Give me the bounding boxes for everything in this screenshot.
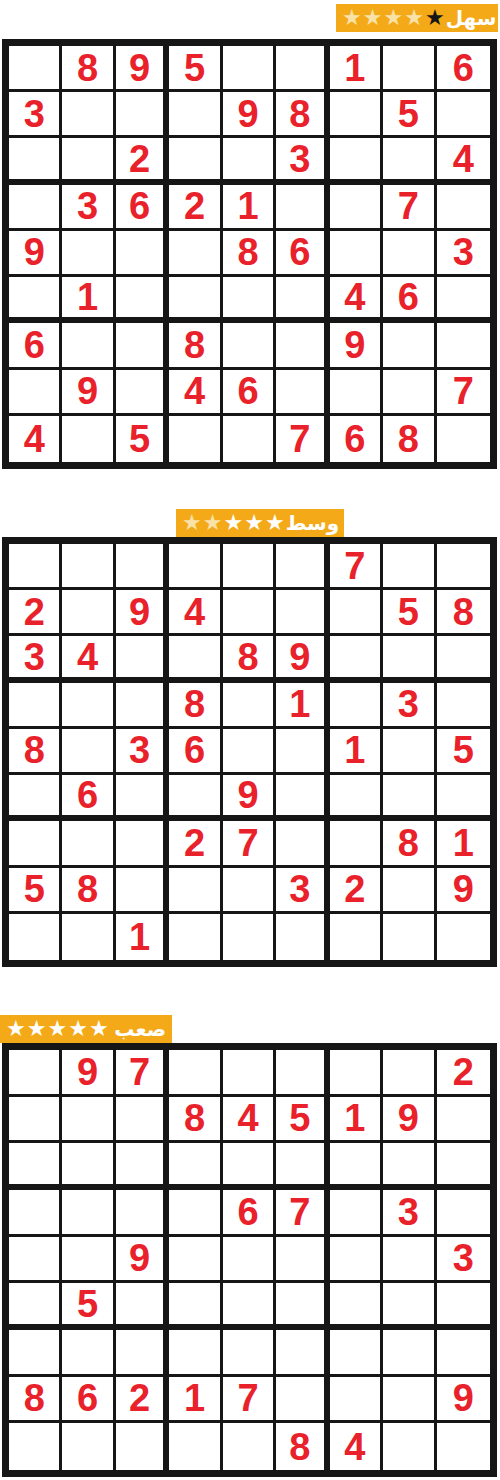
- board-medium-cell-r8c2[interactable]: 8: [62, 868, 115, 914]
- board-medium-cell-r8c6[interactable]: 3: [276, 868, 329, 914]
- board-hard-cell-r3c9[interactable]: [437, 1143, 490, 1190]
- board-medium-cell-r4c4[interactable]: 8: [169, 683, 222, 729]
- difficulty-banner-medium: ★★★★★ وسط: [176, 509, 344, 537]
- board-hard-cell-r8c7[interactable]: [330, 1377, 383, 1424]
- board-easy-cell-r6c2[interactable]: 1: [62, 277, 115, 323]
- board-hard-cell-r4c4[interactable]: [169, 1190, 222, 1237]
- board-medium-cell-r5c2[interactable]: [62, 729, 115, 775]
- board-medium-cell-r1c2[interactable]: [62, 544, 115, 590]
- board-easy-cell-r9c1[interactable]: 4: [9, 416, 62, 462]
- board-medium-cell-r8c3[interactable]: [116, 868, 169, 914]
- board-hard-cell-r5c2[interactable]: [62, 1237, 115, 1284]
- board-hard-cell-r8c3[interactable]: 2: [116, 1377, 169, 1424]
- board-easy-cell-r9c2[interactable]: [62, 416, 115, 462]
- board-hard-cell-r6c8[interactable]: [383, 1283, 436, 1330]
- board-easy-cell-r1c6[interactable]: [276, 46, 329, 92]
- board-easy-cell-r1c7[interactable]: 1: [330, 46, 383, 92]
- board-hard-cell-r3c6[interactable]: [276, 1143, 329, 1190]
- board-hard-cell-r9c6[interactable]: 8: [276, 1423, 329, 1470]
- star-icon: ★: [89, 1018, 109, 1040]
- board-hard-cell-r3c1[interactable]: [9, 1143, 62, 1190]
- board-hard-cell-r1c4[interactable]: [169, 1050, 222, 1097]
- star-rating-medium: ★★★★★: [182, 512, 286, 534]
- board-hard-cell-r4c8[interactable]: 3: [383, 1190, 436, 1237]
- board-easy-cell-r9c7[interactable]: 6: [330, 416, 383, 462]
- board-medium-cell-r5c3[interactable]: 3: [116, 729, 169, 775]
- star-icon: ★: [68, 1018, 88, 1040]
- board-hard-cell-r7c3[interactable]: [116, 1330, 169, 1377]
- board-easy-cell-r9c3[interactable]: 5: [116, 416, 169, 462]
- board-easy-cell-r3c3[interactable]: 2: [116, 138, 169, 184]
- board-medium-cell-r2c3[interactable]: 9: [116, 590, 169, 636]
- board-hard-cell-r8c8[interactable]: [383, 1377, 436, 1424]
- sudoku-board-easy: 895163985234362179863146689946745768: [2, 39, 497, 469]
- board-medium-cell-r3c1[interactable]: 3: [9, 636, 62, 682]
- board-hard-cell-r8c4[interactable]: 1: [169, 1377, 222, 1424]
- board-hard-cell-r2c8[interactable]: 9: [383, 1097, 436, 1144]
- board-medium-cell-r6c6[interactable]: [276, 775, 329, 821]
- board-hard-cell-r8c1[interactable]: 8: [9, 1377, 62, 1424]
- board-medium-cell-r1c5[interactable]: [223, 544, 276, 590]
- board-medium-cell-r7c8[interactable]: 8: [383, 821, 436, 867]
- board-easy-cell-r3c5[interactable]: [223, 138, 276, 184]
- board-hard-cell-r9c5[interactable]: [223, 1423, 276, 1470]
- board-medium-cell-r7c7[interactable]: [330, 821, 383, 867]
- board-easy-cell-r6c4[interactable]: [169, 277, 222, 323]
- star-icon: ★: [27, 1018, 47, 1040]
- board-hard-cell-r1c5[interactable]: [223, 1050, 276, 1097]
- board-easy-cell-r7c4[interactable]: 8: [169, 323, 222, 369]
- board-hard-cell-r6c9[interactable]: [437, 1283, 490, 1330]
- star-icon: ★: [6, 1018, 26, 1040]
- star-icon: ★: [244, 512, 264, 534]
- sudoku-board-hard: 9728451967393586217984: [2, 1043, 497, 1477]
- board-easy-cell-r2c6[interactable]: 8: [276, 92, 329, 138]
- board-easy-cell-r8c2[interactable]: 9: [62, 370, 115, 416]
- board-medium-cell-r9c9[interactable]: [437, 914, 490, 960]
- board-easy-cell-r9c4[interactable]: [169, 416, 222, 462]
- star-rating-easy: ★★★★★: [342, 7, 446, 29]
- board-medium-cell-r4c2[interactable]: [62, 683, 115, 729]
- difficulty-label-medium: وسط: [286, 513, 340, 533]
- board-hard-cell-r3c7[interactable]: [330, 1143, 383, 1190]
- board-medium-cell-r4c6[interactable]: 1: [276, 683, 329, 729]
- difficulty-label-easy: سهل: [446, 8, 497, 28]
- board-medium-cell-r1c6[interactable]: [276, 544, 329, 590]
- board-hard-cell-r4c5[interactable]: 6: [223, 1190, 276, 1237]
- board-easy-cell-r7c8[interactable]: [383, 323, 436, 369]
- board-easy-cell-r6c3[interactable]: [116, 277, 169, 323]
- board-easy-cell-r6c7[interactable]: 4: [330, 277, 383, 323]
- board-hard-cell-r2c9[interactable]: [437, 1097, 490, 1144]
- board-hard-cell-r7c4[interactable]: [169, 1330, 222, 1377]
- board-medium-cell-r2c8[interactable]: 5: [383, 590, 436, 636]
- board-medium-cell-r6c5[interactable]: 9: [223, 775, 276, 821]
- board-hard-cell-r1c6[interactable]: [276, 1050, 329, 1097]
- board-easy-cell-r7c5[interactable]: [223, 323, 276, 369]
- board-easy-cell-r9c6[interactable]: 7: [276, 416, 329, 462]
- board-easy-cell-r1c3[interactable]: 9: [116, 46, 169, 92]
- board-medium-cell-r5c6[interactable]: [276, 729, 329, 775]
- board-medium-cell-r7c1[interactable]: [9, 821, 62, 867]
- board-easy-cell-r6c5[interactable]: [223, 277, 276, 323]
- board-hard-cell-r1c8[interactable]: [383, 1050, 436, 1097]
- board-easy-cell-r3c4[interactable]: [169, 138, 222, 184]
- board-hard-cell-r9c8[interactable]: [383, 1423, 436, 1470]
- board-medium-cell-r6c3[interactable]: [116, 775, 169, 821]
- board-easy-cell-r2c5[interactable]: 9: [223, 92, 276, 138]
- board-easy-cell-r3c2[interactable]: [62, 138, 115, 184]
- board-medium-cell-r1c1[interactable]: [9, 544, 62, 590]
- board-hard-cell-r5c5[interactable]: [223, 1237, 276, 1284]
- board-medium-cell-r6c8[interactable]: [383, 775, 436, 821]
- board-easy-cell-r8c7[interactable]: [330, 370, 383, 416]
- board-hard-cell-r5c4[interactable]: [169, 1237, 222, 1284]
- board-hard-cell-r7c2[interactable]: [62, 1330, 115, 1377]
- board-medium-cell-r8c5[interactable]: [223, 868, 276, 914]
- board-easy-cell-r2c3[interactable]: [116, 92, 169, 138]
- star-icon: ★: [182, 512, 202, 534]
- board-medium-cell-r5c8[interactable]: [383, 729, 436, 775]
- board-medium-cell-r6c4[interactable]: [169, 775, 222, 821]
- board-medium-cell-r9c2[interactable]: [62, 914, 115, 960]
- board-easy-cell-r8c9[interactable]: 7: [437, 370, 490, 416]
- star-icon: ★: [203, 512, 223, 534]
- board-medium-cell-r3c8[interactable]: [383, 636, 436, 682]
- board-medium-cell-r7c6[interactable]: [276, 821, 329, 867]
- board-hard-cell-r5c9[interactable]: 3: [437, 1237, 490, 1284]
- board-easy-cell-r1c9[interactable]: 6: [437, 46, 490, 92]
- board-hard-cell-r6c7[interactable]: [330, 1283, 383, 1330]
- board-medium-cell-r8c7[interactable]: 2: [330, 868, 383, 914]
- board-easy-cell-r3c6[interactable]: 3: [276, 138, 329, 184]
- board-hard-cell-r5c3[interactable]: 9: [116, 1237, 169, 1284]
- board-medium-cell-r1c8[interactable]: [383, 544, 436, 590]
- board-easy-cell-r7c7[interactable]: 9: [330, 323, 383, 369]
- board-hard-cell-r1c3[interactable]: 7: [116, 1050, 169, 1097]
- board-medium-cell-r8c1[interactable]: 5: [9, 868, 62, 914]
- board-easy-cell-r5c5[interactable]: 8: [223, 231, 276, 277]
- board-hard-cell-r7c6[interactable]: [276, 1330, 329, 1377]
- board-easy-cell-r7c2[interactable]: [62, 323, 115, 369]
- board-medium-cell-r4c1[interactable]: [9, 683, 62, 729]
- board-hard-cell-r5c7[interactable]: [330, 1237, 383, 1284]
- board-medium-cell-r1c9[interactable]: [437, 544, 490, 590]
- board-medium-cell-r6c9[interactable]: [437, 775, 490, 821]
- board-medium-cell-r2c2[interactable]: [62, 590, 115, 636]
- board-hard-cell-r5c1[interactable]: [9, 1237, 62, 1284]
- board-hard-cell-r7c1[interactable]: [9, 1330, 62, 1377]
- board-medium-cell-r1c7[interactable]: 7: [330, 544, 383, 590]
- star-icon: ★: [363, 7, 383, 29]
- board-easy-cell-r6c8[interactable]: 6: [383, 277, 436, 323]
- board-medium-cell-r4c5[interactable]: [223, 683, 276, 729]
- board-medium-cell-r7c2[interactable]: [62, 821, 115, 867]
- board-medium-cell-r1c4[interactable]: [169, 544, 222, 590]
- board-hard-cell-r3c2[interactable]: [62, 1143, 115, 1190]
- board-hard-cell-r5c6[interactable]: [276, 1237, 329, 1284]
- board-easy-cell-r2c9[interactable]: [437, 92, 490, 138]
- board-hard-cell-r7c5[interactable]: [223, 1330, 276, 1377]
- board-medium-cell-r6c1[interactable]: [9, 775, 62, 821]
- board-medium-cell-r3c7[interactable]: [330, 636, 383, 682]
- board-easy-cell-r6c9[interactable]: [437, 277, 490, 323]
- star-icon: ★: [47, 1018, 67, 1040]
- board-medium-cell-r3c9[interactable]: [437, 636, 490, 682]
- board-medium-cell-r8c9[interactable]: 9: [437, 868, 490, 914]
- board-easy-cell-r1c5[interactable]: [223, 46, 276, 92]
- board-hard-cell-r1c1[interactable]: [9, 1050, 62, 1097]
- star-rating-hard: ★★★★★: [6, 1018, 110, 1040]
- board-medium-cell-r6c2[interactable]: 6: [62, 775, 115, 821]
- board-easy-cell-r2c2[interactable]: [62, 92, 115, 138]
- board-easy-cell-r5c9[interactable]: 3: [437, 231, 490, 277]
- board-easy-cell-r2c7[interactable]: [330, 92, 383, 138]
- star-icon: ★: [265, 512, 285, 534]
- board-medium-cell-r2c9[interactable]: 8: [437, 590, 490, 636]
- board-hard-cell-r7c8[interactable]: [383, 1330, 436, 1377]
- board-easy-cell-r2c8[interactable]: 5: [383, 92, 436, 138]
- board-medium-cell-r5c1[interactable]: 8: [9, 729, 62, 775]
- board-hard-cell-r4c9[interactable]: [437, 1190, 490, 1237]
- board-medium-cell-r8c4[interactable]: [169, 868, 222, 914]
- board-medium-cell-r2c4[interactable]: 4: [169, 590, 222, 636]
- board-easy-cell-r8c1[interactable]: [9, 370, 62, 416]
- star-icon: ★: [425, 7, 445, 29]
- board-easy-cell-r9c5[interactable]: [223, 416, 276, 462]
- board-medium-cell-r2c1[interactable]: 2: [9, 590, 62, 636]
- board-easy-cell-r4c3[interactable]: 6: [116, 185, 169, 231]
- board-hard-cell-r9c7[interactable]: 4: [330, 1423, 383, 1470]
- board-easy-cell-r8c6[interactable]: [276, 370, 329, 416]
- board-medium-cell-r2c6[interactable]: [276, 590, 329, 636]
- board-medium-cell-r8c8[interactable]: [383, 868, 436, 914]
- board-easy-cell-r4c2[interactable]: 3: [62, 185, 115, 231]
- board-hard-cell-r9c3[interactable]: [116, 1423, 169, 1470]
- board-hard-cell-r9c1[interactable]: [9, 1423, 62, 1470]
- board-medium-cell-r3c5[interactable]: 8: [223, 636, 276, 682]
- board-hard-cell-r8c2[interactable]: 6: [62, 1377, 115, 1424]
- board-easy-cell-r7c1[interactable]: 6: [9, 323, 62, 369]
- board-medium-cell-r9c5[interactable]: [223, 914, 276, 960]
- board-hard-cell-r3c8[interactable]: [383, 1143, 436, 1190]
- difficulty-banner-easy: ★★★★★ سهل: [336, 4, 498, 32]
- board-easy-cell-r1c4[interactable]: 5: [169, 46, 222, 92]
- board-easy-cell-r1c2[interactable]: 8: [62, 46, 115, 92]
- board-hard-cell-r1c7[interactable]: [330, 1050, 383, 1097]
- board-hard-cell-r2c5[interactable]: 4: [223, 1097, 276, 1144]
- board-easy-cell-r5c3[interactable]: [116, 231, 169, 277]
- board-hard-cell-r4c6[interactable]: 7: [276, 1190, 329, 1237]
- board-medium-cell-r7c9[interactable]: 1: [437, 821, 490, 867]
- board-hard-cell-r4c1[interactable]: [9, 1190, 62, 1237]
- board-medium-cell-r9c3[interactable]: 1: [116, 914, 169, 960]
- star-icon: ★: [404, 7, 424, 29]
- board-hard-cell-r2c2[interactable]: [62, 1097, 115, 1144]
- board-easy-cell-r4c1[interactable]: [9, 185, 62, 231]
- board-easy-cell-r5c4[interactable]: [169, 231, 222, 277]
- board-medium-cell-r9c6[interactable]: [276, 914, 329, 960]
- board-medium-cell-r7c5[interactable]: 7: [223, 821, 276, 867]
- board-easy-cell-r4c6[interactable]: [276, 185, 329, 231]
- board-medium-cell-r5c5[interactable]: [223, 729, 276, 775]
- board-hard-cell-r2c4[interactable]: 8: [169, 1097, 222, 1144]
- board-medium-cell-r7c3[interactable]: [116, 821, 169, 867]
- board-medium-cell-r3c2[interactable]: 4: [62, 636, 115, 682]
- board-easy-cell-r5c8[interactable]: [383, 231, 436, 277]
- board-hard-cell-r3c5[interactable]: [223, 1143, 276, 1190]
- board-medium-cell-r3c4[interactable]: [169, 636, 222, 682]
- board-easy-cell-r6c1[interactable]: [9, 277, 62, 323]
- board-hard-cell-r6c1[interactable]: [9, 1283, 62, 1330]
- board-hard-cell-r6c3[interactable]: [116, 1283, 169, 1330]
- board-easy-cell-r3c1[interactable]: [9, 138, 62, 184]
- board-easy-cell-r4c7[interactable]: [330, 185, 383, 231]
- board-easy-cell-r5c1[interactable]: 9: [9, 231, 62, 277]
- board-hard-cell-r6c2[interactable]: 5: [62, 1283, 115, 1330]
- board-medium-cell-r3c3[interactable]: [116, 636, 169, 682]
- difficulty-banner-hard: ★★★★★ صعب: [0, 1015, 172, 1043]
- board-hard-cell-r2c1[interactable]: [9, 1097, 62, 1144]
- board-easy-cell-r4c8[interactable]: 7: [383, 185, 436, 231]
- board-hard-cell-r9c2[interactable]: [62, 1423, 115, 1470]
- board-hard-cell-r4c7[interactable]: [330, 1190, 383, 1237]
- board-easy-cell-r9c9[interactable]: [437, 416, 490, 462]
- board-medium-cell-r7c4[interactable]: 2: [169, 821, 222, 867]
- board-easy-cell-r5c6[interactable]: 6: [276, 231, 329, 277]
- board-easy-cell-r1c1[interactable]: [9, 46, 62, 92]
- board-hard-cell-r4c3[interactable]: [116, 1190, 169, 1237]
- star-icon: ★: [342, 7, 362, 29]
- board-easy-cell-r8c5[interactable]: 6: [223, 370, 276, 416]
- star-icon: ★: [223, 512, 243, 534]
- board-hard-cell-r8c5[interactable]: 7: [223, 1377, 276, 1424]
- board-easy-cell-r8c3[interactable]: [116, 370, 169, 416]
- board-easy-cell-r2c4[interactable]: [169, 92, 222, 138]
- board-easy-cell-r3c7[interactable]: [330, 138, 383, 184]
- board-hard-cell-r6c4[interactable]: [169, 1283, 222, 1330]
- board-medium-cell-r9c1[interactable]: [9, 914, 62, 960]
- board-hard-cell-r2c3[interactable]: [116, 1097, 169, 1144]
- board-medium-cell-r1c3[interactable]: [116, 544, 169, 590]
- board-easy-cell-r8c4[interactable]: 4: [169, 370, 222, 416]
- board-easy-cell-r5c2[interactable]: [62, 231, 115, 277]
- board-hard-cell-r1c9[interactable]: 2: [437, 1050, 490, 1097]
- board-hard-cell-r3c3[interactable]: [116, 1143, 169, 1190]
- board-medium-cell-r9c8[interactable]: [383, 914, 436, 960]
- board-hard-cell-r6c6[interactable]: [276, 1283, 329, 1330]
- board-easy-cell-r8c8[interactable]: [383, 370, 436, 416]
- difficulty-label-hard: صعب: [114, 1019, 166, 1039]
- board-easy-cell-r7c9[interactable]: [437, 323, 490, 369]
- board-hard-cell-r8c6[interactable]: [276, 1377, 329, 1424]
- board-medium-cell-r9c7[interactable]: [330, 914, 383, 960]
- board-easy-cell-r4c9[interactable]: [437, 185, 490, 231]
- board-medium-cell-r4c9[interactable]: [437, 683, 490, 729]
- board-hard-cell-r5c8[interactable]: [383, 1237, 436, 1284]
- board-hard-cell-r2c7[interactable]: 1: [330, 1097, 383, 1144]
- board-hard-cell-r1c2[interactable]: 9: [62, 1050, 115, 1097]
- board-hard-cell-r9c4[interactable]: [169, 1423, 222, 1470]
- board-easy-cell-r5c7[interactable]: [330, 231, 383, 277]
- sudoku-page: ★★★★★ سهل 895163985234362179863146689946…: [0, 0, 500, 1480]
- board-easy-cell-r7c3[interactable]: [116, 323, 169, 369]
- board-medium-cell-r6c7[interactable]: [330, 775, 383, 821]
- board-hard-cell-r9c9[interactable]: [437, 1423, 490, 1470]
- board-medium-cell-r5c4[interactable]: 6: [169, 729, 222, 775]
- board-easy-cell-r7c6[interactable]: [276, 323, 329, 369]
- board-medium-cell-r5c9[interactable]: 5: [437, 729, 490, 775]
- board-hard-cell-r7c7[interactable]: [330, 1330, 383, 1377]
- sudoku-board-medium: 729458348981383615692781583291: [2, 537, 497, 967]
- board-medium-cell-r2c7[interactable]: [330, 590, 383, 636]
- board-medium-cell-r3c6[interactable]: 9: [276, 636, 329, 682]
- board-easy-cell-r2c1[interactable]: 3: [9, 92, 62, 138]
- board-hard-cell-r2c6[interactable]: 5: [276, 1097, 329, 1144]
- board-medium-cell-r4c8[interactable]: 3: [383, 683, 436, 729]
- board-medium-cell-r5c7[interactable]: 1: [330, 729, 383, 775]
- board-medium-cell-r2c5[interactable]: [223, 590, 276, 636]
- board-medium-cell-r4c7[interactable]: [330, 683, 383, 729]
- board-hard-cell-r8c9[interactable]: 9: [437, 1377, 490, 1424]
- board-hard-cell-r3c4[interactable]: [169, 1143, 222, 1190]
- board-medium-cell-r9c4[interactable]: [169, 914, 222, 960]
- board-medium-cell-r4c3[interactable]: [116, 683, 169, 729]
- board-easy-cell-r3c9[interactable]: 4: [437, 138, 490, 184]
- board-easy-cell-r4c4[interactable]: 2: [169, 185, 222, 231]
- board-hard-cell-r4c2[interactable]: [62, 1190, 115, 1237]
- board-easy-cell-r4c5[interactable]: 1: [223, 185, 276, 231]
- board-easy-cell-r6c6[interactable]: [276, 277, 329, 323]
- board-hard-cell-r7c9[interactable]: [437, 1330, 490, 1377]
- board-easy-cell-r1c8[interactable]: [383, 46, 436, 92]
- star-icon: ★: [383, 7, 403, 29]
- board-hard-cell-r6c5[interactable]: [223, 1283, 276, 1330]
- board-easy-cell-r9c8[interactable]: 8: [383, 416, 436, 462]
- board-easy-cell-r3c8[interactable]: [383, 138, 436, 184]
